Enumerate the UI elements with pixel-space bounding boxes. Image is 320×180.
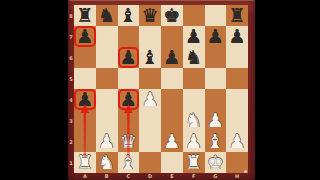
square-c7	[118, 26, 140, 47]
square-g3: ♟	[205, 110, 227, 131]
square-g4	[205, 89, 227, 110]
piece-black-rook: ♜	[76, 5, 93, 26]
chess-board: 87654321 ABCDEFGH ♜♞♝♛♚♜♟♟♟♟♟♝♟♞♟♟♟♞♟♟♛♟…	[68, 0, 255, 180]
watermark-dot	[244, 170, 247, 173]
square-h3	[226, 110, 248, 131]
square-e8: ♚	[161, 5, 183, 26]
square-e7	[161, 26, 183, 47]
square-b4	[96, 89, 118, 110]
piece-white-queen: ♛	[120, 131, 137, 152]
square-g6	[205, 47, 227, 68]
square-b1: ♞	[96, 152, 118, 173]
piece-black-pawn: ♟	[207, 26, 224, 47]
square-d6: ♝	[139, 47, 161, 68]
square-c2: ♛	[118, 131, 140, 152]
square-e1	[161, 152, 183, 173]
square-d3	[139, 110, 161, 131]
square-a1: ♜	[74, 152, 96, 173]
piece-white-pawn: ♟	[207, 110, 224, 131]
piece-black-knight: ♞	[185, 47, 202, 68]
file-label-a: A	[74, 172, 96, 180]
square-d7	[139, 26, 161, 47]
square-c1: ♝	[118, 152, 140, 173]
square-a5	[74, 68, 96, 89]
square-g1: ♚	[205, 152, 227, 173]
square-d8: ♛	[139, 5, 161, 26]
square-d4: ♟	[139, 89, 161, 110]
letterbox-left	[0, 0, 68, 180]
piece-white-pawn: ♟	[185, 131, 202, 152]
square-a6	[74, 47, 96, 68]
square-h6	[226, 47, 248, 68]
file-label-e: E	[161, 172, 183, 180]
square-g5	[205, 68, 227, 89]
square-a3	[74, 110, 96, 131]
file-labels: ABCDEFGH	[74, 172, 248, 180]
square-d5	[139, 68, 161, 89]
piece-black-pawn: ♟	[185, 26, 202, 47]
square-c3	[118, 110, 140, 131]
square-f6: ♞	[183, 47, 205, 68]
piece-white-pawn: ♟	[229, 131, 246, 152]
file-label-f: F	[183, 172, 205, 180]
square-a8: ♜	[74, 5, 96, 26]
piece-black-queen: ♛	[142, 5, 159, 26]
square-b6	[96, 47, 118, 68]
square-f5	[183, 68, 205, 89]
piece-white-knight: ♞	[185, 110, 202, 131]
file-label-d: D	[139, 172, 161, 180]
square-f8	[183, 5, 205, 26]
square-a2	[74, 131, 96, 152]
square-h5	[226, 68, 248, 89]
piece-white-pawn: ♟	[163, 131, 180, 152]
highlight-box-a7	[74, 26, 96, 47]
piece-white-bishop: ♝	[207, 131, 224, 152]
piece-black-rook: ♜	[229, 5, 246, 26]
square-c8: ♝	[118, 5, 140, 26]
square-b5	[96, 68, 118, 89]
board-squares: ♜♞♝♛♚♜♟♟♟♟♟♝♟♞♟♟♟♞♟♟♛♟♟♝♟♜♞♝♜♚	[74, 5, 248, 173]
square-f1: ♜	[183, 152, 205, 173]
square-g2: ♝	[205, 131, 227, 152]
square-g7: ♟	[205, 26, 227, 47]
piece-white-rook: ♜	[185, 152, 202, 173]
file-label-c: C	[118, 172, 140, 180]
piece-black-knight: ♞	[98, 5, 115, 26]
video-frame: 87654321 ABCDEFGH ♜♞♝♛♚♜♟♟♟♟♟♝♟♞♟♟♟♞♟♟♛♟…	[0, 0, 320, 180]
square-g8	[205, 5, 227, 26]
square-e4	[161, 89, 183, 110]
piece-white-bishop: ♝	[120, 152, 137, 173]
square-h2: ♟	[226, 131, 248, 152]
piece-black-bishop: ♝	[120, 5, 137, 26]
square-b3	[96, 110, 118, 131]
file-label-h: H	[226, 172, 248, 180]
square-d2	[139, 131, 161, 152]
piece-white-pawn: ♟	[98, 131, 115, 152]
piece-black-pawn: ♟	[163, 47, 180, 68]
square-d1	[139, 152, 161, 173]
square-e6: ♟	[161, 47, 183, 68]
square-e5	[161, 68, 183, 89]
square-e2: ♟	[161, 131, 183, 152]
piece-black-king: ♚	[163, 5, 180, 26]
square-h8: ♜	[226, 5, 248, 26]
piece-black-pawn: ♟	[229, 26, 246, 47]
file-label-g: G	[205, 172, 227, 180]
piece-white-knight: ♞	[98, 152, 115, 173]
highlight-box-c6	[118, 47, 140, 68]
piece-white-pawn: ♟	[142, 89, 159, 110]
square-f2: ♟	[183, 131, 205, 152]
file-label-b: B	[96, 172, 118, 180]
square-c5	[118, 68, 140, 89]
square-b8: ♞	[96, 5, 118, 26]
highlight-box-c4	[118, 89, 140, 110]
piece-white-rook: ♜	[76, 152, 93, 173]
square-e3	[161, 110, 183, 131]
square-b2: ♟	[96, 131, 118, 152]
square-f7: ♟	[183, 26, 205, 47]
piece-black-bishop: ♝	[142, 47, 159, 68]
square-f3: ♞	[183, 110, 205, 131]
highlight-box-a4	[74, 89, 96, 110]
square-h7: ♟	[226, 26, 248, 47]
letterbox-right	[255, 0, 320, 180]
square-b7	[96, 26, 118, 47]
piece-white-king: ♚	[207, 152, 224, 173]
square-h4	[226, 89, 248, 110]
square-f4	[183, 89, 205, 110]
